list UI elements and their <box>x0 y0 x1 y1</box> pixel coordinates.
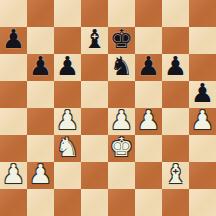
square-g7[interactable] <box>162 27 189 54</box>
white-pawn[interactable]: ♟ <box>110 107 133 134</box>
square-g4[interactable] <box>162 108 189 135</box>
white-bishop[interactable]: ♝ <box>164 161 187 188</box>
black-king[interactable]: ♚ <box>110 26 133 53</box>
square-f2[interactable] <box>135 162 162 189</box>
square-a3[interactable] <box>0 135 27 162</box>
square-e2[interactable] <box>108 162 135 189</box>
square-h2[interactable] <box>189 162 216 189</box>
white-pawn[interactable]: ♟ <box>29 161 52 188</box>
square-c2[interactable] <box>54 162 81 189</box>
square-b7[interactable] <box>27 27 54 54</box>
square-c8[interactable] <box>54 0 81 27</box>
square-g2[interactable]: ♝ <box>162 162 189 189</box>
square-d5[interactable] <box>81 81 108 108</box>
black-bishop[interactable]: ♝ <box>83 26 106 53</box>
white-pawn[interactable]: ♟ <box>56 107 79 134</box>
square-g6[interactable]: ♟ <box>162 54 189 81</box>
black-pawn[interactable]: ♟ <box>164 53 187 80</box>
square-g1[interactable] <box>162 189 189 216</box>
black-pawn[interactable]: ♟ <box>56 53 79 80</box>
square-h7[interactable] <box>189 27 216 54</box>
square-a2[interactable]: ♟ <box>0 162 27 189</box>
square-f3[interactable] <box>135 135 162 162</box>
square-e7[interactable]: ♚ <box>108 27 135 54</box>
square-a8[interactable] <box>0 0 27 27</box>
black-pawn[interactable]: ♟ <box>29 53 52 80</box>
square-e8[interactable] <box>108 0 135 27</box>
square-b4[interactable] <box>27 108 54 135</box>
black-pawn[interactable]: ♟ <box>137 53 160 80</box>
square-f8[interactable] <box>135 0 162 27</box>
square-b8[interactable] <box>27 0 54 27</box>
square-d4[interactable] <box>81 108 108 135</box>
square-g3[interactable] <box>162 135 189 162</box>
square-d2[interactable] <box>81 162 108 189</box>
square-e5[interactable] <box>108 81 135 108</box>
square-c1[interactable] <box>54 189 81 216</box>
square-f7[interactable] <box>135 27 162 54</box>
square-h8[interactable] <box>189 0 216 27</box>
square-f1[interactable] <box>135 189 162 216</box>
square-d3[interactable] <box>81 135 108 162</box>
square-a4[interactable] <box>0 108 27 135</box>
white-pawn[interactable]: ♟ <box>137 107 160 134</box>
square-d6[interactable] <box>81 54 108 81</box>
square-f5[interactable] <box>135 81 162 108</box>
square-h3[interactable] <box>189 135 216 162</box>
square-e3[interactable]: ♚ <box>108 135 135 162</box>
square-a5[interactable] <box>0 81 27 108</box>
square-h6[interactable] <box>189 54 216 81</box>
square-h5[interactable]: ♟ <box>189 81 216 108</box>
square-a1[interactable] <box>0 189 27 216</box>
black-pawn[interactable]: ♟ <box>191 80 214 107</box>
square-g8[interactable] <box>162 0 189 27</box>
square-b3[interactable] <box>27 135 54 162</box>
square-b6[interactable]: ♟ <box>27 54 54 81</box>
white-pawn[interactable]: ♟ <box>2 161 25 188</box>
black-knight[interactable]: ♞ <box>110 53 133 80</box>
square-b2[interactable]: ♟ <box>27 162 54 189</box>
square-a6[interactable] <box>0 54 27 81</box>
square-f4[interactable]: ♟ <box>135 108 162 135</box>
square-c4[interactable]: ♟ <box>54 108 81 135</box>
square-b5[interactable] <box>27 81 54 108</box>
square-e1[interactable] <box>108 189 135 216</box>
black-pawn[interactable]: ♟ <box>2 26 25 53</box>
square-c3[interactable]: ♞ <box>54 135 81 162</box>
square-e6[interactable]: ♞ <box>108 54 135 81</box>
square-h4[interactable]: ♟ <box>189 108 216 135</box>
chess-board: ♟♝♚♟♟♞♟♟♟♟♟♟♟♞♚♟♟♝ <box>0 0 216 216</box>
square-h1[interactable] <box>189 189 216 216</box>
white-knight[interactable]: ♞ <box>56 134 79 161</box>
square-d1[interactable] <box>81 189 108 216</box>
square-d7[interactable]: ♝ <box>81 27 108 54</box>
square-d8[interactable] <box>81 0 108 27</box>
white-king[interactable]: ♚ <box>110 134 133 161</box>
square-c7[interactable] <box>54 27 81 54</box>
square-e4[interactable]: ♟ <box>108 108 135 135</box>
square-f6[interactable]: ♟ <box>135 54 162 81</box>
square-c6[interactable]: ♟ <box>54 54 81 81</box>
square-g5[interactable] <box>162 81 189 108</box>
white-pawn[interactable]: ♟ <box>191 107 214 134</box>
square-b1[interactable] <box>27 189 54 216</box>
square-a7[interactable]: ♟ <box>0 27 27 54</box>
square-c5[interactable] <box>54 81 81 108</box>
